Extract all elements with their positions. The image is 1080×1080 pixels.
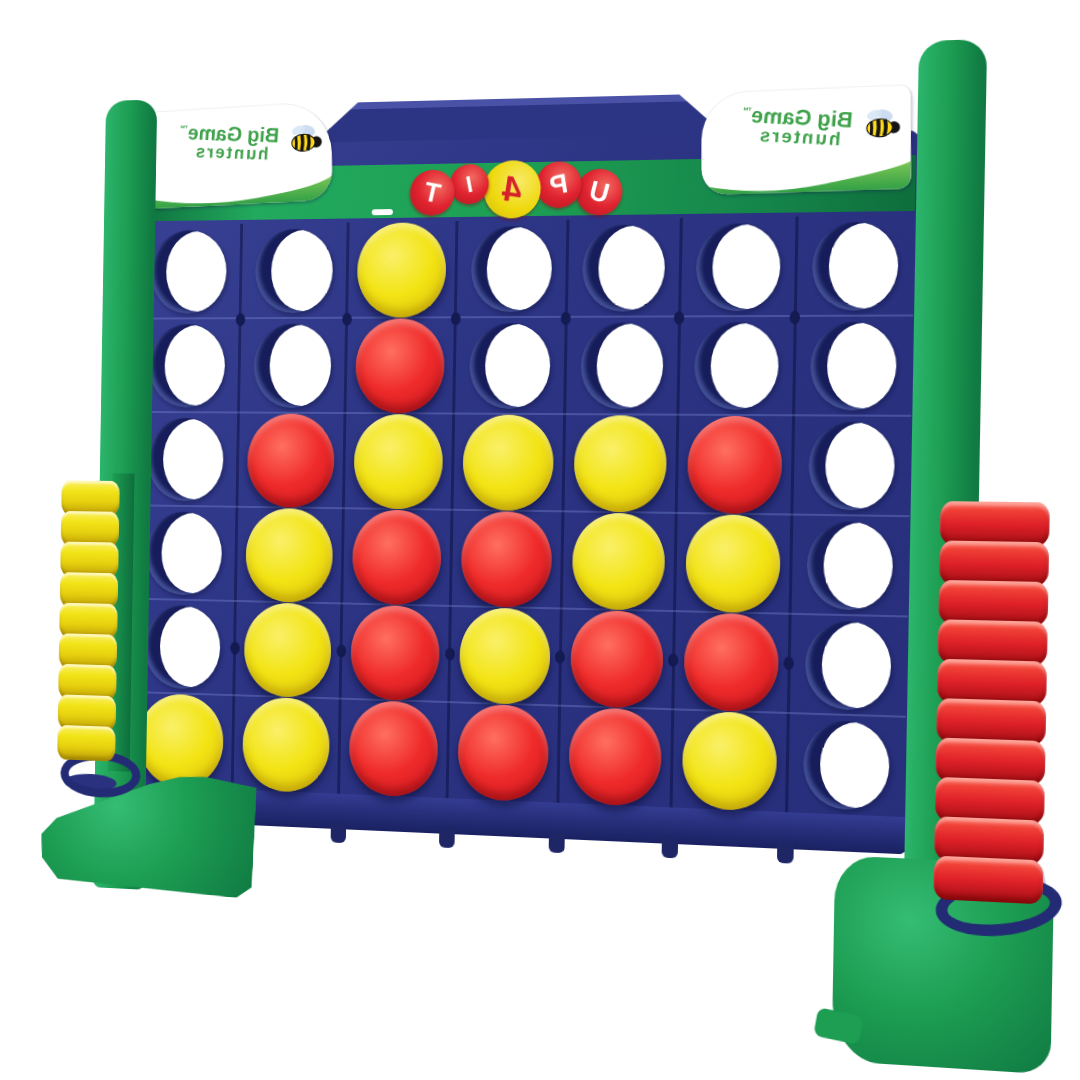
cell-r2c5[interactable] [565,316,680,414]
maker-line2: hunters [740,126,842,150]
yellow-disc [245,507,333,602]
bee-icon [282,118,326,160]
red-disc [349,699,439,797]
hole [582,224,666,311]
cell-r1c3[interactable] [347,221,457,318]
hole [469,322,551,408]
rail-tab [330,823,346,843]
empty-hole [269,325,332,406]
connector-dot [336,645,346,658]
board-body: UP4IT [125,130,919,854]
cell-r4c7[interactable] [790,515,910,617]
cell-r2c6[interactable] [678,316,795,415]
label-swoosh [701,151,911,195]
red-disc [457,703,549,802]
cell-r1c6[interactable] [679,217,796,317]
red-stack-disc [933,856,1043,905]
yellow-disc [681,710,777,811]
cell-r5c5[interactable] [560,608,675,709]
board: UP4IT [125,89,920,865]
cell-r3c6[interactable] [676,415,793,515]
cell-r1c7[interactable] [795,215,915,316]
red-disc [461,510,553,607]
red-stack-disc [940,501,1050,546]
maker-text: Big Game™ hunters [740,104,854,150]
cell-r2c2[interactable] [239,318,347,413]
empty-hole [710,323,779,407]
hole [253,323,332,407]
cell-r3c4[interactable] [452,414,564,512]
yellow-disc-stack [57,480,120,757]
connector-dot [450,312,460,325]
empty-hole [485,324,551,407]
maker-label-content: Big Game™ hunters [143,102,332,167]
yellow-stack-disc [57,725,116,762]
yellow-disc [242,696,330,793]
rail-tab [662,837,679,858]
cell-r3c3[interactable] [344,413,454,510]
cell-r3c7[interactable] [791,415,911,516]
cell-r6c5[interactable] [558,706,673,808]
hole [802,719,889,811]
maker-text: Big Game™ hunters [178,122,280,164]
red-disc [568,706,662,806]
product-photo: UP4IT [0,0,1080,1080]
empty-hole [164,325,226,405]
cell-r2c3[interactable] [345,317,455,413]
cell-r5c6[interactable] [673,611,790,713]
maker-label-right: Big Game™ hunters [701,85,911,195]
bee-icon [856,102,904,145]
cell-r4c6[interactable] [674,513,791,614]
hole [809,321,896,410]
cell-r6c2[interactable] [233,695,341,794]
cell-r6c6[interactable] [671,709,788,812]
yellow-disc [357,222,447,318]
cell-r2c4[interactable] [454,317,566,414]
hole [255,228,334,313]
hole [470,225,552,311]
cell-r5c4[interactable] [449,606,561,706]
cell-r6c7[interactable] [786,713,906,817]
rail-tab [777,842,794,863]
cell-r5c3[interactable] [340,603,450,702]
empty-hole [596,324,663,408]
yellow-disc [462,414,554,511]
empty-hole [270,230,333,311]
strip-dash [372,209,393,215]
hole [693,322,779,410]
empty-hole [165,231,227,311]
empty-hole [823,522,893,608]
game-structure: UP4IT [78,35,1045,1080]
empty-hole [828,223,898,309]
hole [580,322,664,409]
connector-dot [342,313,352,326]
hole [811,221,898,310]
cell-r4c2[interactable] [236,507,344,604]
maker-label-left: Big Game™ hunters [143,102,333,210]
connector-dot [230,642,240,655]
yellow-disc [244,602,332,698]
yellow-disc [685,514,781,613]
empty-hole [826,323,896,408]
red-disc [355,318,445,413]
logo-letter-T: T [406,166,459,219]
hole [146,511,223,596]
red-disc [570,609,664,708]
cell-r3c2[interactable] [237,412,345,508]
red-disc [687,415,783,514]
yellow-disc [138,693,224,789]
hole [804,620,891,711]
maker-label-content: Big Game™ hunters [701,85,911,151]
logo-letter-4: 4 [480,157,545,222]
red-disc [352,509,442,605]
maker-line2: hunters [178,143,269,164]
empty-hole [598,226,665,310]
yellow-disc [572,512,666,610]
yellow-disc [573,415,667,513]
empty-hole [162,419,224,499]
hole [147,417,224,501]
cell-r6c4[interactable] [447,702,559,803]
yellow-disc [354,414,444,510]
rail-tab [549,832,565,853]
up4it-logo: UP4IT [410,152,618,213]
red-disc [683,612,779,712]
cell-r1c5[interactable] [566,218,681,317]
empty-hole [825,423,895,509]
red-disc [350,604,440,701]
cell-r1c2[interactable] [240,222,348,318]
hole [149,324,226,407]
empty-hole [161,513,223,594]
connector-dot [445,647,455,660]
cell-r4c3[interactable] [342,508,452,606]
empty-hole [819,721,889,809]
rail-tab [439,828,455,849]
cell-r1c4[interactable] [455,220,568,318]
empty-hole [159,606,221,688]
cell-r2c7[interactable] [793,315,913,415]
hole [806,520,893,610]
cell-r5c2[interactable] [234,601,342,699]
empty-hole [821,622,891,709]
yellow-disc [459,607,551,705]
board-grid [128,215,914,817]
empty-hole [712,224,781,309]
hole [695,222,781,310]
empty-hole [487,227,553,310]
cell-r4c4[interactable] [450,510,562,609]
red-disc-stack [933,501,1049,900]
hole [808,421,895,510]
red-disc [247,413,335,508]
cell-r6c3[interactable] [339,699,449,799]
connector-dot [236,313,246,326]
hole [150,229,227,313]
cell-r4c5[interactable] [561,511,676,611]
cell-r5c7[interactable] [788,614,908,717]
hole [144,604,221,689]
cell-r3c5[interactable] [563,414,678,513]
